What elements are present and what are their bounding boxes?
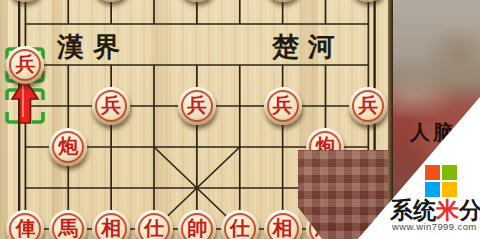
river-label-chuhe: 楚河 [272, 29, 344, 65]
piece-black-卒-f3r3[interactable]: 卒 [92, 0, 130, 2]
piece-glyph: 相 [264, 210, 302, 239]
piece-glyph: 兵 [6, 46, 44, 84]
piece-glyph: 兵 [349, 87, 387, 125]
piece-glyph: 兵 [264, 87, 302, 125]
windows-logo-icon [425, 165, 457, 197]
piece-red-仕-f6r9[interactable]: 仕 [221, 210, 259, 239]
piece-glyph: 卒 [178, 0, 216, 2]
piece-black-卒-f9r3[interactable]: 卒 [349, 0, 387, 2]
piece-red-馬-f2r9[interactable]: 馬 [49, 210, 87, 239]
piece-glyph: 卒 [92, 0, 130, 2]
piece-black-卒-f7r3[interactable]: 卒 [264, 0, 302, 2]
logo-square-green [442, 165, 457, 180]
piece-red-炮-f2r7[interactable]: 炮 [49, 128, 87, 166]
piece-black-卒-f1r3[interactable]: 卒 [6, 0, 44, 2]
piece-red-兵-f9r6[interactable]: 兵 [349, 87, 387, 125]
piece-glyph: 卒 [264, 0, 302, 2]
brand-suffix: 分 [459, 197, 480, 223]
piece-red-俥-f1r9[interactable]: 俥 [6, 210, 44, 239]
piece-red-兵-f1r5[interactable]: 兵 [6, 46, 44, 84]
piece-glyph: 兵 [178, 87, 216, 125]
xiangqi-game-screenshot: 漢界 楚河 卒卒卒卒卒兵兵兵兵兵炮炮俥馬相仕帥仕相馬俥 人脑 系统米分 www.… [0, 0, 480, 239]
logo-square-red [425, 165, 440, 180]
piece-red-相-f3r9[interactable]: 相 [92, 210, 130, 239]
piece-red-兵-f7r6[interactable]: 兵 [264, 87, 302, 125]
move-arrow-up [10, 77, 40, 129]
piece-red-相-f7r9[interactable]: 相 [264, 210, 302, 239]
brand-star: 米 [436, 197, 459, 223]
piece-black-卒-f5r3[interactable]: 卒 [178, 0, 216, 2]
piece-glyph: 卒 [6, 0, 44, 2]
piece-glyph: 馬 [49, 210, 87, 239]
piece-red-帥-f5r9[interactable]: 帥 [178, 210, 216, 239]
watermark-url: www.win7999.com [392, 221, 477, 232]
piece-glyph: 俥 [6, 210, 44, 239]
piece-red-仕-f4r9[interactable]: 仕 [135, 210, 173, 239]
piece-glyph: 相 [92, 210, 130, 239]
piece-red-兵-f3r6[interactable]: 兵 [92, 87, 130, 125]
piece-glyph: 仕 [135, 210, 173, 239]
piece-glyph: 炮 [49, 128, 87, 166]
piece-glyph: 兵 [92, 87, 130, 125]
piece-red-兵-f5r6[interactable]: 兵 [178, 87, 216, 125]
river-label-hanjie: 漢界 [57, 29, 129, 65]
piece-glyph: 帥 [178, 210, 216, 239]
brand-prefix: 系统 [390, 197, 436, 223]
piece-glyph: 卒 [349, 0, 387, 2]
piece-glyph: 仕 [221, 210, 259, 239]
